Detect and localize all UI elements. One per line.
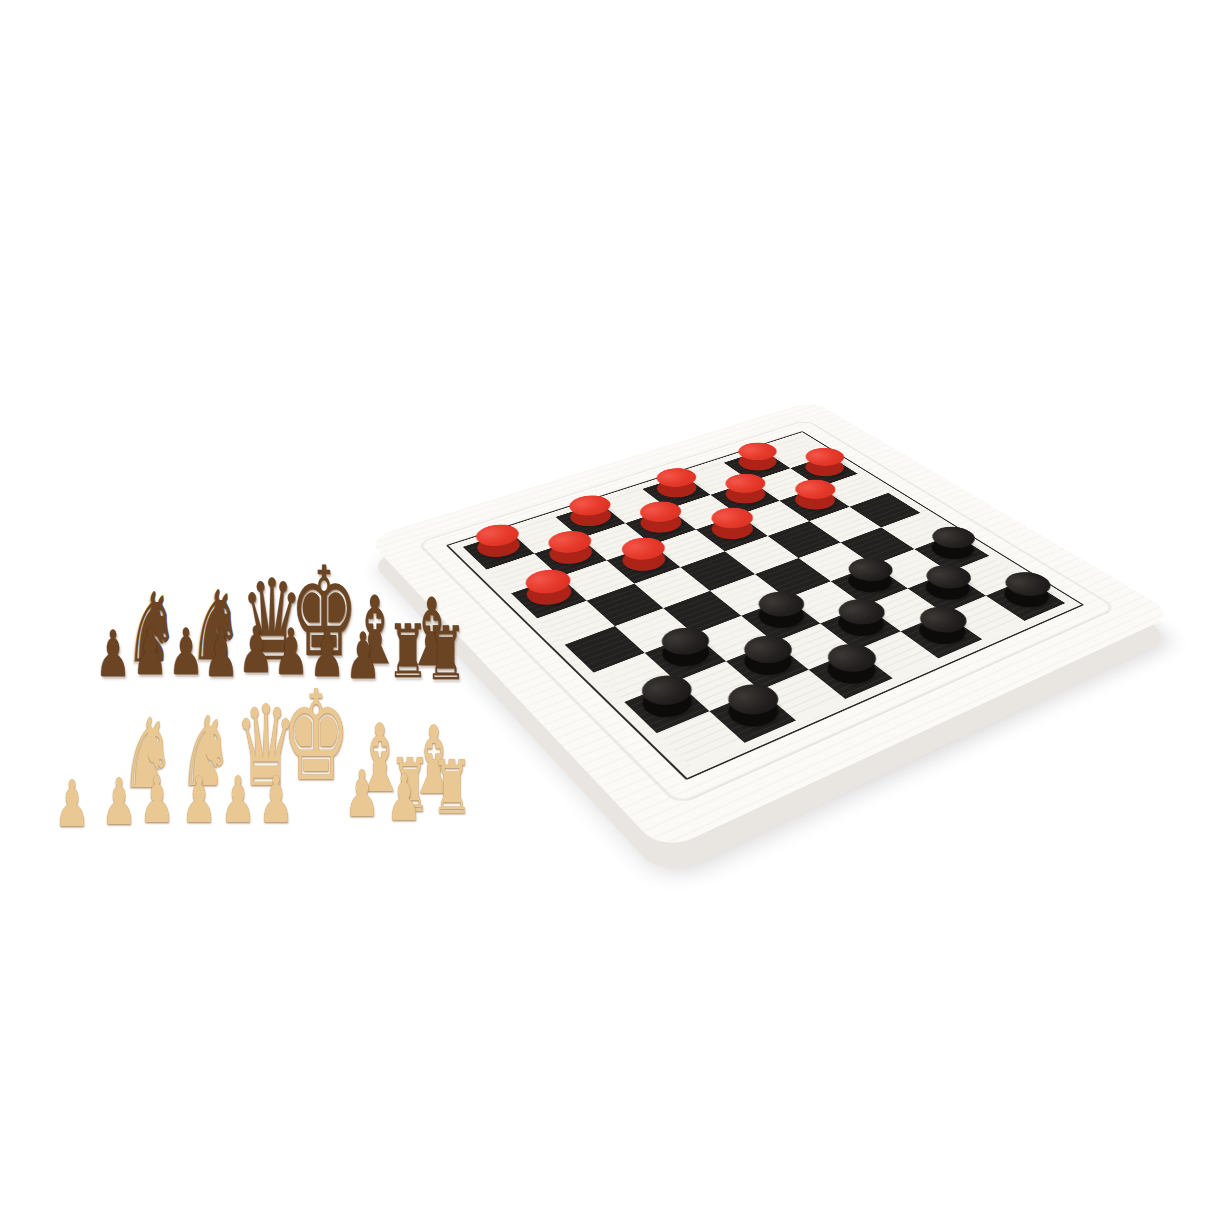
dark-pawn[interactable]: ♟ <box>203 622 239 686</box>
light-pawn[interactable]: ♟ <box>101 770 137 834</box>
light-pawn[interactable]: ♟ <box>386 766 422 830</box>
black-checker-c2[interactable] <box>734 646 800 684</box>
light-pawn[interactable]: ♟ <box>139 768 175 832</box>
red-checker-a6[interactable] <box>519 580 579 613</box>
dark-pawn[interactable]: ♟ <box>238 618 274 682</box>
red-checker-d7[interactable] <box>632 511 688 540</box>
dark-pawn[interactable]: ♟ <box>132 620 168 684</box>
light-rook[interactable]: ♜ <box>431 750 472 824</box>
dark-pawn[interactable]: ♟ <box>95 622 131 686</box>
light-pawn[interactable]: ♟ <box>220 768 256 832</box>
black-checker-d3[interactable] <box>749 602 812 637</box>
dark-pawn[interactable]: ♟ <box>345 624 381 688</box>
red-checker-f7[interactable] <box>717 484 772 511</box>
dark-rook[interactable]: ♜ <box>387 614 428 688</box>
black-checker-f3[interactable] <box>839 568 900 600</box>
dark-rook[interactable]: ♜ <box>425 616 466 690</box>
checkers-board <box>367 401 1176 853</box>
light-pawn[interactable]: ♟ <box>258 768 294 832</box>
red-checker-a8[interactable] <box>470 535 527 565</box>
dark-pawn[interactable]: ♟ <box>168 620 204 684</box>
black-checker-e2[interactable] <box>828 609 892 644</box>
light-pawn[interactable]: ♟ <box>54 772 90 836</box>
red-checker-g6[interactable] <box>787 490 843 517</box>
red-checker-c8[interactable] <box>563 505 619 533</box>
light-pawn[interactable]: ♟ <box>181 768 217 832</box>
light-pawn[interactable]: ♟ <box>344 762 380 826</box>
product-photo: ♞♞♛♚♝♝♜♜♟♟♟♟♟♟♟♟♞♞♛♚♝♝♜♜♟♟♟♟♟♟♟♟ <box>0 0 1205 1205</box>
black-checker-b3[interactable] <box>653 638 718 676</box>
red-checker-c6[interactable] <box>614 548 673 579</box>
red-checker-e6[interactable] <box>703 518 760 547</box>
red-checker-b7[interactable] <box>542 541 600 572</box>
black-checker-h3[interactable] <box>922 537 982 567</box>
black-checker-g2[interactable] <box>916 575 978 608</box>
